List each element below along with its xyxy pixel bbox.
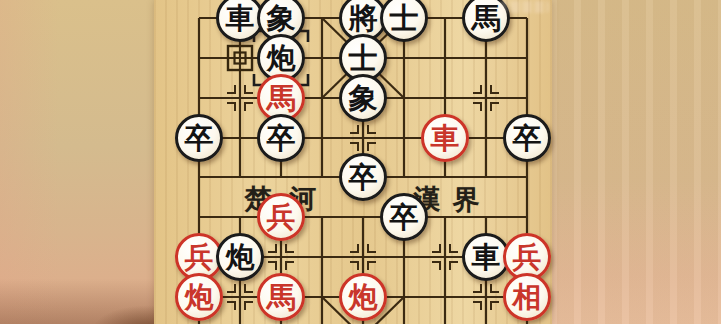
piece-red-cannon[interactable]: 炮	[339, 273, 387, 321]
piece-black-soldier[interactable]: 卒	[380, 193, 428, 241]
piece-red-soldier[interactable]: 兵	[257, 193, 305, 241]
screenshot-canvas: 楚河漢界 車象將士馬炮士馬象卒卒車卒卒兵卒兵炮車兵炮馬炮相	[0, 0, 721, 324]
piece-black-soldier[interactable]: 卒	[257, 114, 305, 162]
piece-black-elephant[interactable]: 象	[339, 74, 387, 122]
river-label-char: 界	[453, 182, 480, 218]
piece-red-horse[interactable]: 馬	[257, 273, 305, 321]
piece-red-elephant[interactable]: 相	[503, 273, 551, 321]
piece-black-soldier[interactable]: 卒	[339, 153, 387, 201]
piece-red-chariot[interactable]: 車	[421, 114, 469, 162]
piece-red-cannon[interactable]: 炮	[175, 273, 223, 321]
piece-black-soldier[interactable]: 卒	[175, 114, 223, 162]
piece-black-soldier[interactable]: 卒	[503, 114, 551, 162]
piece-black-cannon[interactable]: 炮	[216, 233, 264, 281]
watermark	[499, 1, 549, 13]
